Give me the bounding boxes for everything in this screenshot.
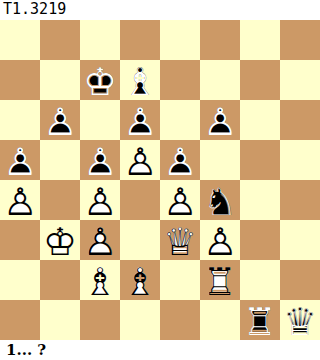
square-e1[interactable]: [160, 300, 200, 340]
piece-white-pawn: ♟♙: [80, 180, 120, 220]
square-a8[interactable]: [0, 20, 40, 60]
black-bishop-outline-icon: ♗: [120, 62, 160, 102]
piece-black-knight: ♞♘: [200, 180, 240, 220]
puzzle-id: T1.3219: [0, 0, 320, 20]
black-queen-outline-icon: ♕: [280, 302, 320, 342]
black-knight-outline-icon: ♘: [200, 182, 240, 222]
square-f7[interactable]: [200, 60, 240, 100]
square-h5[interactable]: [280, 140, 320, 180]
white-bishop-outline-icon: ♗: [80, 262, 120, 302]
square-b6[interactable]: ♟♙: [40, 100, 80, 140]
square-h6[interactable]: [280, 100, 320, 140]
square-f6[interactable]: ♟♙: [200, 100, 240, 140]
piece-black-queen: ♛♕: [280, 300, 320, 340]
square-g8[interactable]: [240, 20, 280, 60]
white-king-outline-icon: ♔: [40, 222, 80, 262]
square-g2[interactable]: [240, 260, 280, 300]
square-b7[interactable]: [40, 60, 80, 100]
piece-white-pawn: ♟♙: [80, 220, 120, 260]
piece-black-bishop: ♝♗: [120, 60, 160, 100]
square-g6[interactable]: [240, 100, 280, 140]
square-a7[interactable]: [0, 60, 40, 100]
square-b8[interactable]: [40, 20, 80, 60]
square-b1[interactable]: [40, 300, 80, 340]
white-pawn-outline-icon: ♙: [0, 182, 40, 222]
square-c5[interactable]: ♟♙: [80, 140, 120, 180]
square-a4[interactable]: ♟♙: [0, 180, 40, 220]
white-pawn-outline-icon: ♙: [80, 222, 120, 262]
square-g7[interactable]: [240, 60, 280, 100]
square-h7[interactable]: [280, 60, 320, 100]
black-pawn-outline-icon: ♙: [40, 102, 80, 142]
square-f1[interactable]: [200, 300, 240, 340]
black-pawn-outline-icon: ♙: [160, 142, 200, 182]
white-pawn-outline-icon: ♙: [120, 142, 160, 182]
square-c4[interactable]: ♟♙: [80, 180, 120, 220]
black-pawn-outline-icon: ♙: [80, 142, 120, 182]
square-c1[interactable]: [80, 300, 120, 340]
square-c7[interactable]: ♚♔: [80, 60, 120, 100]
square-e6[interactable]: [160, 100, 200, 140]
piece-white-bishop: ♝♗: [120, 260, 160, 300]
square-a5[interactable]: ♟♙: [0, 140, 40, 180]
black-pawn-outline-icon: ♙: [0, 142, 40, 182]
white-rook-outline-icon: ♖: [200, 262, 240, 302]
square-a2[interactable]: [0, 260, 40, 300]
black-rook-outline-icon: ♖: [240, 302, 280, 342]
square-e2[interactable]: [160, 260, 200, 300]
square-b2[interactable]: [40, 260, 80, 300]
square-d8[interactable]: [120, 20, 160, 60]
square-b3[interactable]: ♚♔: [40, 220, 80, 260]
square-g4[interactable]: [240, 180, 280, 220]
square-b5[interactable]: [40, 140, 80, 180]
square-c8[interactable]: [80, 20, 120, 60]
piece-black-pawn: ♟♙: [40, 100, 80, 140]
square-c6[interactable]: [80, 100, 120, 140]
square-a6[interactable]: [0, 100, 40, 140]
square-f5[interactable]: [200, 140, 240, 180]
square-g5[interactable]: [240, 140, 280, 180]
square-d1[interactable]: [120, 300, 160, 340]
black-king-outline-icon: ♔: [80, 62, 120, 102]
square-b4[interactable]: [40, 180, 80, 220]
piece-white-queen: ♛♕: [160, 220, 200, 260]
square-d4[interactable]: [120, 180, 160, 220]
square-d7[interactable]: ♝♗: [120, 60, 160, 100]
piece-white-pawn: ♟♙: [200, 220, 240, 260]
piece-black-rook: ♜♖: [240, 300, 280, 340]
piece-white-rook: ♜♖: [200, 260, 240, 300]
piece-white-bishop: ♝♗: [80, 260, 120, 300]
piece-white-pawn: ♟♙: [0, 180, 40, 220]
piece-white-pawn: ♟♙: [120, 140, 160, 180]
square-e5[interactable]: ♟♙: [160, 140, 200, 180]
square-e8[interactable]: [160, 20, 200, 60]
piece-black-pawn: ♟♙: [80, 140, 120, 180]
square-d6[interactable]: ♟♙: [120, 100, 160, 140]
chess-board: ♚♔♝♗♟♙♟♙♟♙♟♙♟♙♟♙♟♙♟♙♟♙♟♙♞♘♚♔♟♙♛♕♟♙♝♗♝♗♜♖…: [0, 20, 320, 340]
square-f2[interactable]: ♜♖: [200, 260, 240, 300]
square-g3[interactable]: [240, 220, 280, 260]
white-pawn-outline-icon: ♙: [160, 182, 200, 222]
square-f3[interactable]: ♟♙: [200, 220, 240, 260]
square-e3[interactable]: ♛♕: [160, 220, 200, 260]
square-a1[interactable]: [0, 300, 40, 340]
square-c3[interactable]: ♟♙: [80, 220, 120, 260]
square-f4[interactable]: ♞♘: [200, 180, 240, 220]
black-pawn-outline-icon: ♙: [120, 102, 160, 142]
black-pawn-outline-icon: ♙: [200, 102, 240, 142]
square-a3[interactable]: [0, 220, 40, 260]
square-c2[interactable]: ♝♗: [80, 260, 120, 300]
piece-black-king: ♚♔: [80, 60, 120, 100]
square-d3[interactable]: [120, 220, 160, 260]
white-bishop-outline-icon: ♗: [120, 262, 160, 302]
square-h3[interactable]: [280, 220, 320, 260]
piece-black-pawn: ♟♙: [160, 140, 200, 180]
square-e7[interactable]: [160, 60, 200, 100]
piece-black-pawn: ♟♙: [120, 100, 160, 140]
square-h2[interactable]: [280, 260, 320, 300]
square-d2[interactable]: ♝♗: [120, 260, 160, 300]
piece-white-pawn: ♟♙: [160, 180, 200, 220]
square-d5[interactable]: ♟♙: [120, 140, 160, 180]
square-g1[interactable]: ♜♖: [240, 300, 280, 340]
square-h1[interactable]: ♛♕: [280, 300, 320, 340]
white-queen-outline-icon: ♕: [160, 222, 200, 262]
piece-black-pawn: ♟♙: [0, 140, 40, 180]
white-pawn-outline-icon: ♙: [200, 222, 240, 262]
white-pawn-outline-icon: ♙: [80, 182, 120, 222]
square-f8[interactable]: [200, 20, 240, 60]
square-h4[interactable]: [280, 180, 320, 220]
piece-white-king: ♚♔: [40, 220, 80, 260]
piece-black-pawn: ♟♙: [200, 100, 240, 140]
square-e4[interactable]: ♟♙: [160, 180, 200, 220]
square-h8[interactable]: [280, 20, 320, 60]
